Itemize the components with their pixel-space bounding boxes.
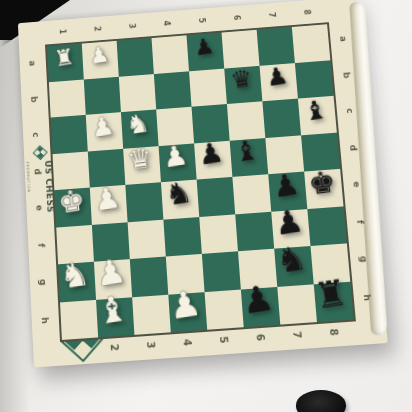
square-e3[interactable] — [125, 182, 163, 222]
square-h1[interactable] — [60, 299, 98, 340]
chess-board: abcdefgh abcdefgh 12345678 12345678 US C… — [18, 0, 388, 368]
square-e1[interactable]: ♚ — [54, 188, 92, 228]
white-queen-d3[interactable]: ♛ — [126, 144, 155, 175]
square-g3[interactable] — [130, 257, 168, 297]
black-pawn-d5[interactable]: ♟ — [197, 139, 226, 170]
square-a6[interactable] — [222, 30, 260, 68]
square-b7[interactable]: ♟ — [259, 63, 297, 102]
square-g7[interactable]: ♞ — [274, 246, 314, 286]
white-knight-c3[interactable]: ♞ — [125, 109, 152, 138]
square-d5[interactable]: ♟ — [194, 140, 232, 179]
board-grid: ♜♟♟♛♟♟♞♝♛♟♟♝♚♟♞♟♚♟♞♟♞♝♟♟♜ — [45, 22, 356, 342]
square-b1[interactable] — [49, 79, 86, 118]
white-pawn-c2[interactable]: ♟ — [89, 112, 116, 141]
square-h3[interactable] — [132, 294, 171, 335]
square-b5[interactable] — [189, 68, 227, 107]
black-pawn-e7[interactable]: ♟ — [270, 169, 301, 202]
square-f6[interactable] — [235, 211, 274, 251]
white-pawn-g2[interactable]: ♟ — [94, 254, 128, 292]
black-pawn-a5[interactable]: ♟ — [192, 35, 215, 60]
square-h2[interactable]: ♝ — [96, 297, 134, 338]
black-pawn-f7[interactable]: ♟ — [272, 205, 305, 241]
white-rook-a1[interactable]: ♜ — [53, 46, 76, 71]
square-e5[interactable] — [197, 177, 236, 217]
us-chess-crest-icon — [33, 145, 48, 160]
square-h5[interactable] — [205, 289, 244, 330]
black-rook-h8[interactable]: ♜ — [312, 275, 350, 315]
square-c7[interactable] — [262, 99, 301, 138]
square-c2[interactable]: ♟ — [86, 112, 123, 151]
square-a5[interactable]: ♟ — [186, 33, 224, 71]
black-pawn-h6[interactable]: ♟ — [240, 280, 277, 320]
white-pawn-a2[interactable]: ♟ — [87, 43, 110, 68]
square-d6[interactable]: ♝ — [230, 138, 269, 177]
photo-scene: abcdefgh abcdefgh 12345678 12345678 US C… — [0, 0, 412, 412]
brand-sub: FEDERATION — [25, 162, 30, 194]
square-f3[interactable] — [128, 219, 166, 259]
captured-piece-offboard — [296, 390, 346, 412]
square-b2[interactable] — [84, 76, 121, 115]
square-a1[interactable]: ♜ — [47, 44, 84, 82]
square-d3[interactable]: ♛ — [123, 146, 161, 185]
square-a3[interactable] — [117, 38, 154, 76]
white-bishop-h2[interactable]: ♝ — [95, 290, 131, 330]
square-c1[interactable] — [51, 115, 88, 154]
white-king-e1[interactable]: ♚ — [56, 185, 86, 218]
black-bishop-c8[interactable]: ♝ — [302, 96, 330, 125]
square-h6[interactable]: ♟ — [241, 286, 280, 327]
white-pawn-h4[interactable]: ♟ — [167, 285, 204, 325]
square-b8[interactable] — [295, 60, 334, 99]
square-b3[interactable] — [119, 74, 156, 113]
square-c8[interactable]: ♝ — [298, 96, 337, 135]
white-knight-g1[interactable]: ♞ — [58, 256, 92, 294]
square-e6[interactable] — [232, 174, 271, 214]
square-g5[interactable] — [202, 251, 241, 291]
square-e4[interactable]: ♞ — [161, 180, 199, 220]
square-a2[interactable]: ♟ — [82, 41, 119, 79]
square-h8[interactable]: ♜ — [314, 281, 354, 322]
square-f4[interactable] — [163, 217, 201, 257]
square-b6[interactable]: ♛ — [224, 65, 262, 104]
black-knight-e4[interactable]: ♞ — [163, 177, 194, 210]
square-h4[interactable]: ♟ — [168, 292, 207, 333]
square-f5[interactable] — [199, 214, 238, 254]
square-f8[interactable] — [307, 206, 347, 246]
square-h7[interactable] — [277, 284, 317, 325]
black-queen-b6[interactable]: ♛ — [229, 67, 254, 94]
black-pawn-b7[interactable]: ♟ — [264, 64, 290, 91]
black-bishop-d6[interactable]: ♝ — [232, 136, 261, 167]
black-knight-g7[interactable]: ♞ — [274, 241, 309, 279]
square-a8[interactable] — [292, 24, 330, 62]
square-e2[interactable]: ♟ — [90, 185, 128, 225]
black-king-e8[interactable]: ♚ — [306, 166, 338, 199]
white-pawn-d4[interactable]: ♟ — [161, 142, 190, 173]
white-pawn-e2[interactable]: ♟ — [92, 182, 122, 215]
square-a4[interactable] — [152, 35, 189, 73]
square-b4[interactable] — [154, 71, 192, 110]
square-e8[interactable]: ♚ — [304, 169, 343, 209]
square-g1[interactable]: ♞ — [58, 262, 96, 302]
square-a7[interactable] — [257, 27, 295, 65]
